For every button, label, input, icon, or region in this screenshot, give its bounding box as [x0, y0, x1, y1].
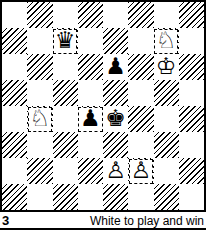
- bottom-divider: [0, 228, 206, 230]
- square-b3[interactable]: [27, 132, 52, 158]
- chess-puzzle-diagram: ♛♘♟♔♘♟♚♙♙ 3 White to play and win: [0, 0, 206, 232]
- square-h8[interactable]: [179, 2, 204, 28]
- square-h7[interactable]: [179, 28, 204, 54]
- square-h1[interactable]: [179, 184, 204, 210]
- piece-box-e6: ♟: [103, 54, 128, 80]
- white-pawn: ♙: [105, 159, 126, 182]
- square-h3[interactable]: [179, 132, 204, 158]
- square-c6[interactable]: [53, 54, 78, 80]
- square-f7[interactable]: [128, 28, 153, 54]
- caption-bar: 3 White to play and win: [0, 212, 206, 228]
- square-d4[interactable]: ♟: [78, 106, 103, 132]
- square-f6[interactable]: [128, 54, 153, 80]
- piece-box-b4: ♘: [28, 107, 52, 132]
- square-c5[interactable]: [53, 80, 78, 106]
- square-g6[interactable]: ♔: [154, 54, 179, 80]
- square-e7[interactable]: [103, 28, 128, 54]
- square-a1[interactable]: [2, 184, 27, 210]
- square-d3[interactable]: [78, 132, 103, 158]
- square-d7[interactable]: [78, 28, 103, 54]
- square-e8[interactable]: [103, 2, 128, 28]
- square-d2[interactable]: [78, 158, 103, 184]
- square-d1[interactable]: [78, 184, 103, 210]
- square-g7[interactable]: ♘: [154, 28, 179, 54]
- square-e1[interactable]: [103, 184, 128, 210]
- white-knight: ♘: [30, 107, 51, 130]
- black-pawn: ♟: [105, 55, 126, 78]
- square-f1[interactable]: [128, 184, 153, 210]
- puzzle-number: 3: [2, 213, 9, 228]
- piece-box-f2: ♙: [129, 159, 153, 184]
- piece-box-g6: ♔: [154, 54, 179, 80]
- white-knight: ♘: [156, 29, 177, 52]
- square-h6[interactable]: [179, 54, 204, 80]
- white-king: ♔: [156, 55, 177, 78]
- square-b2[interactable]: [27, 158, 52, 184]
- square-h2[interactable]: [179, 158, 204, 184]
- square-b1[interactable]: [27, 184, 52, 210]
- piece-box-g7: ♘: [154, 29, 178, 54]
- piece-box-c7: ♛: [53, 29, 77, 54]
- square-d8[interactable]: [78, 2, 103, 28]
- piece-box-e4: ♚: [103, 106, 128, 132]
- square-g5[interactable]: [154, 80, 179, 106]
- square-c1[interactable]: [53, 184, 78, 210]
- chess-board: ♛♘♟♔♘♟♚♙♙: [0, 0, 206, 212]
- square-g1[interactable]: [154, 184, 179, 210]
- square-a3[interactable]: [2, 132, 27, 158]
- square-c4[interactable]: [53, 106, 78, 132]
- square-f2[interactable]: ♙: [128, 158, 153, 184]
- square-f4[interactable]: [128, 106, 153, 132]
- square-a8[interactable]: [2, 2, 27, 28]
- white-pawn: ♙: [131, 159, 152, 182]
- black-pawn: ♟: [80, 107, 101, 130]
- square-g8[interactable]: [154, 2, 179, 28]
- square-g2[interactable]: [154, 158, 179, 184]
- square-f5[interactable]: [128, 80, 153, 106]
- square-d6[interactable]: [78, 54, 103, 80]
- square-b8[interactable]: [27, 2, 52, 28]
- square-c2[interactable]: [53, 158, 78, 184]
- piece-box-e2: ♙: [103, 158, 128, 184]
- square-f3[interactable]: [128, 132, 153, 158]
- square-b6[interactable]: [27, 54, 52, 80]
- square-a5[interactable]: [2, 80, 27, 106]
- square-e6[interactable]: ♟: [103, 54, 128, 80]
- square-a4[interactable]: [2, 106, 27, 132]
- square-b7[interactable]: [27, 28, 52, 54]
- square-c7[interactable]: ♛: [53, 28, 78, 54]
- black-queen: ♛: [55, 29, 76, 52]
- square-b5[interactable]: [27, 80, 52, 106]
- caption-text: White to play and win: [90, 214, 204, 228]
- square-b4[interactable]: ♘: [27, 106, 52, 132]
- black-king: ♚: [105, 107, 126, 130]
- piece-box-d4: ♟: [78, 107, 102, 132]
- square-e4[interactable]: ♚: [103, 106, 128, 132]
- square-e2[interactable]: ♙: [103, 158, 128, 184]
- square-c3[interactable]: [53, 132, 78, 158]
- square-e3[interactable]: [103, 132, 128, 158]
- square-h5[interactable]: [179, 80, 204, 106]
- square-d5[interactable]: [78, 80, 103, 106]
- square-c8[interactable]: [53, 2, 78, 28]
- square-f8[interactable]: [128, 2, 153, 28]
- square-g3[interactable]: [154, 132, 179, 158]
- square-e5[interactable]: [103, 80, 128, 106]
- square-g4[interactable]: [154, 106, 179, 132]
- square-h4[interactable]: [179, 106, 204, 132]
- square-a2[interactable]: [2, 158, 27, 184]
- square-a7[interactable]: [2, 28, 27, 54]
- square-a6[interactable]: [2, 54, 27, 80]
